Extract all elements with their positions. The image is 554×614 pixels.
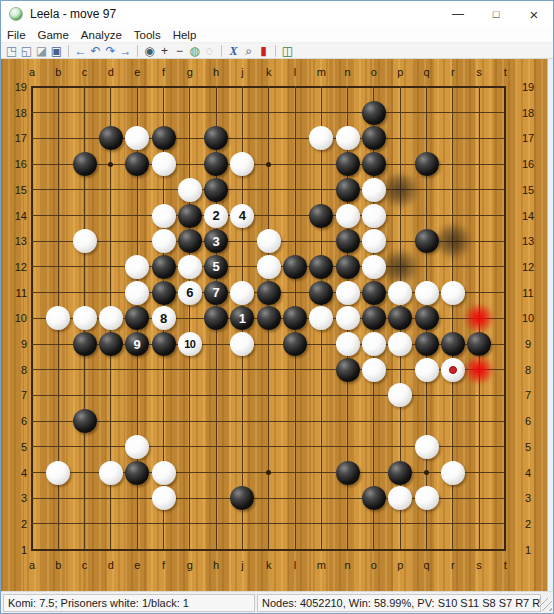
white-stone: 4 (230, 204, 254, 228)
coord-label-bottom: g (182, 559, 198, 572)
title-bar: Leela - move 97 — □ × (1, 1, 553, 27)
save-icon[interactable]: ▣ (49, 44, 64, 58)
status-komi-prisoners: Komi: 7.5; Prisoners white: 1/black: 1 (3, 594, 255, 612)
black-stone (99, 332, 123, 356)
white-stone (152, 461, 176, 485)
coord-label-left: 15 (3, 184, 27, 197)
coord-label-right: 8 (515, 364, 541, 377)
analysis-red-marker (463, 302, 495, 334)
white-stone (99, 461, 123, 485)
analysis-running-icon[interactable]: ▮ (256, 44, 271, 58)
coord-label-top: m (313, 66, 329, 79)
white-stone (178, 178, 202, 202)
white-stone (230, 332, 254, 356)
coord-label-right: 10 (515, 312, 541, 325)
white-stone (125, 281, 149, 305)
coord-label-bottom: c (77, 559, 93, 572)
coord-label-left: 1 (3, 544, 27, 557)
black-stone (336, 461, 360, 485)
white-stone (362, 255, 386, 279)
coord-label-bottom: k (261, 559, 277, 572)
coord-label-right: 4 (515, 467, 541, 480)
white-stone (178, 255, 202, 279)
coord-label-right: 3 (515, 492, 541, 505)
coord-label-bottom: p (392, 559, 408, 572)
go-board[interactable]: aabbccddeeffgghhjjkkllmmnnooppqqrrsstt19… (1, 59, 554, 591)
black-stone (309, 281, 333, 305)
coord-label-top: s (471, 66, 487, 79)
black-stone (178, 204, 202, 228)
coord-label-left: 12 (3, 261, 27, 274)
black-stone (152, 281, 176, 305)
coord-label-left: 11 (3, 287, 27, 300)
coord-label-top: b (50, 66, 66, 79)
resize-grip[interactable] (539, 598, 552, 611)
menu-game[interactable]: Game (32, 29, 75, 41)
white-stone (336, 204, 360, 228)
coord-label-bottom: r (445, 559, 461, 572)
white-stone (336, 126, 360, 150)
coord-label-left: 8 (3, 364, 27, 377)
black-stone (257, 281, 281, 305)
star-point (108, 162, 113, 167)
black-stone (99, 126, 123, 150)
exit-analysis-icon[interactable]: ◫ (280, 44, 295, 58)
white-stone (388, 281, 412, 305)
black-stone (336, 229, 360, 253)
black-stone: 9 (125, 332, 149, 356)
white-stone (336, 332, 360, 356)
black-stone (178, 229, 202, 253)
coord-label-left: 4 (3, 467, 27, 480)
coord-label-top: o (366, 66, 382, 79)
star-point (266, 470, 271, 475)
black-stone (309, 255, 333, 279)
black-stone: 3 (204, 229, 228, 253)
hint-icon[interactable]: ◍ (187, 44, 202, 58)
close-button[interactable]: × (515, 1, 553, 27)
coord-label-bottom: a (24, 559, 40, 572)
white-stone (336, 281, 360, 305)
black-stone (309, 204, 333, 228)
menu-file[interactable]: File (1, 29, 32, 41)
coord-label-left: 10 (3, 312, 27, 325)
redo-move-icon[interactable]: ↷ (103, 44, 118, 58)
black-stone (125, 461, 149, 485)
white-stone (441, 281, 465, 305)
status-analysis: Nodes: 4052210, Win: 58.99%, PV: S10 S11… (257, 594, 541, 612)
coord-label-bottom: o (366, 559, 382, 572)
white-stone (46, 306, 70, 330)
white-stone (336, 306, 360, 330)
analysis-red-marker (463, 354, 495, 386)
black-stone (73, 332, 97, 356)
move-number: 5 (212, 260, 219, 273)
black-stone (415, 306, 439, 330)
white-stone: 8 (152, 306, 176, 330)
coord-label-right: 1 (515, 544, 541, 557)
copy-position-icon[interactable]: ◪ (34, 44, 49, 58)
minimize-button[interactable]: — (439, 1, 477, 27)
black-stone (152, 255, 176, 279)
coord-label-top: c (77, 66, 93, 79)
black-stone: 1 (230, 306, 254, 330)
window-title: Leela - move 97 (30, 7, 116, 21)
white-stone (388, 383, 412, 407)
coord-label-right: 14 (515, 210, 541, 223)
coord-label-right: 12 (515, 261, 541, 274)
white-stone (441, 358, 465, 382)
grid-line (31, 523, 506, 524)
black-stone (336, 178, 360, 202)
coord-label-right: 11 (515, 287, 541, 300)
move-number: 8 (160, 312, 167, 325)
white-stone (415, 281, 439, 305)
white-stone (441, 461, 465, 485)
black-stone: 5 (204, 255, 228, 279)
coord-label-top: j (234, 66, 250, 79)
toolbar-separator (275, 45, 276, 57)
white-stone (388, 486, 412, 510)
white-stone (125, 126, 149, 150)
black-stone: 7 (204, 281, 228, 305)
coord-label-bottom: d (103, 559, 119, 572)
zoom-out-icon[interactable]: − (172, 44, 187, 58)
white-stone: 2 (204, 204, 228, 228)
territory-icon[interactable]: ◌ (202, 44, 217, 58)
coord-label-top: a (24, 66, 40, 79)
coord-label-left: 17 (3, 132, 27, 145)
black-stone (152, 126, 176, 150)
coord-label-bottom: l (287, 559, 303, 572)
coord-label-bottom: h (208, 559, 224, 572)
window-controls: — □ × (439, 1, 553, 27)
grid-line (31, 395, 506, 396)
coord-label-right: 17 (515, 132, 541, 145)
black-stone (415, 229, 439, 253)
black-stone (283, 306, 307, 330)
menu-tools[interactable]: Tools (128, 29, 167, 41)
coord-label-right: 5 (515, 441, 541, 454)
grid-line (504, 86, 506, 551)
undo-move-icon[interactable]: ↶ (88, 44, 103, 58)
black-stone (257, 306, 281, 330)
white-stone (362, 229, 386, 253)
white-stone (415, 358, 439, 382)
white-stone: 6 (178, 281, 202, 305)
black-stone (467, 332, 491, 356)
app-icon (9, 7, 23, 21)
black-stone (125, 306, 149, 330)
coord-label-left: 18 (3, 107, 27, 120)
white-stone (415, 486, 439, 510)
status-bar: Komi: 7.5; Prisoners white: 1/black: 1 N… (1, 591, 553, 613)
white-stone (152, 204, 176, 228)
coord-label-bottom: q (419, 559, 435, 572)
coord-label-left: 7 (3, 389, 27, 402)
toolbar-separator (221, 45, 222, 57)
first-move-icon[interactable]: ← (73, 44, 88, 58)
coord-label-bottom: b (50, 559, 66, 572)
white-stone (73, 306, 97, 330)
black-stone (362, 101, 386, 125)
coord-label-top: t (497, 66, 513, 79)
coord-label-left: 6 (3, 415, 27, 428)
white-stone (257, 255, 281, 279)
coord-label-left: 2 (3, 518, 27, 531)
white-stone (152, 486, 176, 510)
white-stone (230, 152, 254, 176)
black-stone (336, 255, 360, 279)
coord-label-right: 7 (515, 389, 541, 402)
toolbar-separator (137, 45, 138, 57)
coord-label-bottom: s (471, 559, 487, 572)
white-stone (125, 435, 149, 459)
ghost-stone-blur (434, 222, 472, 260)
black-stone (362, 152, 386, 176)
analyze-x-icon[interactable]: X (226, 44, 241, 58)
white-stone (415, 435, 439, 459)
ghost-stone-blur (381, 171, 419, 209)
white-stone (73, 229, 97, 253)
coord-label-bottom: t (497, 559, 513, 572)
coord-label-top: h (208, 66, 224, 79)
move-number: 1 (239, 312, 246, 325)
white-stone (99, 306, 123, 330)
coord-label-right: 13 (515, 235, 541, 248)
black-stone (362, 281, 386, 305)
toolbar-separator (68, 45, 69, 57)
coord-label-left: 9 (3, 338, 27, 351)
coord-label-top: g (182, 66, 198, 79)
white-stone (46, 461, 70, 485)
coord-label-left: 3 (3, 492, 27, 505)
last-move-icon[interactable]: → (118, 44, 133, 58)
window-right-strip (547, 59, 553, 591)
search-icon[interactable]: ⌕ (241, 44, 256, 58)
black-stone (204, 178, 228, 202)
coord-label-right: 15 (515, 184, 541, 197)
move-number: 7 (212, 286, 219, 299)
white-stone (362, 332, 386, 356)
coord-label-bottom: f (156, 559, 172, 572)
zoom-in-icon[interactable]: + (157, 44, 172, 58)
white-stone (152, 152, 176, 176)
black-stone (204, 306, 228, 330)
white-stone (125, 255, 149, 279)
coord-label-right: 19 (515, 81, 541, 94)
black-stone (283, 332, 307, 356)
coord-label-left: 5 (3, 441, 27, 454)
menu-analyze[interactable]: Analyze (75, 29, 128, 41)
white-stone (257, 229, 281, 253)
black-stone (388, 306, 412, 330)
white-stone (362, 204, 386, 228)
coord-label-bottom: n (340, 559, 356, 572)
black-stone (73, 152, 97, 176)
coord-label-top: l (287, 66, 303, 79)
black-stone (204, 126, 228, 150)
star-point (424, 470, 429, 475)
white-stone (362, 358, 386, 382)
coord-label-top: r (445, 66, 461, 79)
coord-label-top: e (129, 66, 145, 79)
menu-help[interactable]: Help (167, 29, 203, 41)
black-stone (336, 358, 360, 382)
white-stone: 10 (178, 332, 202, 356)
leela-window: Leela - move 97 — □ × File Game Analyze … (0, 0, 554, 614)
black-stone (73, 409, 97, 433)
coord-label-right: 6 (515, 415, 541, 428)
move-number: 2 (212, 209, 219, 222)
play-stone-icon[interactable]: ◉ (142, 44, 157, 58)
grid-line (31, 549, 506, 551)
coord-label-left: 16 (3, 158, 27, 171)
move-number: 10 (184, 339, 195, 350)
black-stone (204, 152, 228, 176)
toolbar: ◳◱◪▣←↶↷→◉+−◍◌X⌕▮◫ (1, 43, 553, 59)
black-stone (230, 486, 254, 510)
white-stone (309, 306, 333, 330)
white-stone (230, 281, 254, 305)
menu-bar: File Game Analyze Tools Help (1, 27, 553, 43)
white-stone (309, 126, 333, 150)
coord-label-top: q (419, 66, 435, 79)
last-move-marker (449, 366, 457, 374)
coord-label-left: 19 (3, 81, 27, 94)
black-stone (362, 306, 386, 330)
coord-label-right: 18 (515, 107, 541, 120)
white-stone (362, 178, 386, 202)
black-stone (362, 126, 386, 150)
open-game-icon[interactable]: ◱ (19, 44, 34, 58)
white-stone (152, 229, 176, 253)
grid-line (31, 421, 506, 422)
black-stone (415, 332, 439, 356)
coord-label-bottom: j (234, 559, 250, 572)
black-stone (362, 486, 386, 510)
coord-label-top: k (261, 66, 277, 79)
coord-label-bottom: m (313, 559, 329, 572)
black-stone (441, 332, 465, 356)
coord-label-top: p (392, 66, 408, 79)
move-number: 9 (134, 338, 141, 351)
coord-label-left: 14 (3, 210, 27, 223)
white-stone (388, 332, 412, 356)
black-stone (388, 461, 412, 485)
black-stone (336, 152, 360, 176)
coord-label-top: n (340, 66, 356, 79)
black-stone (152, 332, 176, 356)
move-number: 4 (239, 209, 246, 222)
black-stone (125, 152, 149, 176)
maximize-button[interactable]: □ (477, 1, 515, 27)
move-number: 3 (212, 235, 219, 248)
star-point (266, 162, 271, 167)
black-stone (283, 255, 307, 279)
coord-label-right: 2 (515, 518, 541, 531)
coord-label-top: d (103, 66, 119, 79)
coord-label-right: 16 (515, 158, 541, 171)
coord-label-bottom: e (129, 559, 145, 572)
black-stone (415, 152, 439, 176)
move-number: 6 (186, 286, 193, 299)
coord-label-right: 9 (515, 338, 541, 351)
coord-label-left: 13 (3, 235, 27, 248)
coord-label-top: f (156, 66, 172, 79)
new-game-icon[interactable]: ◳ (4, 44, 19, 58)
